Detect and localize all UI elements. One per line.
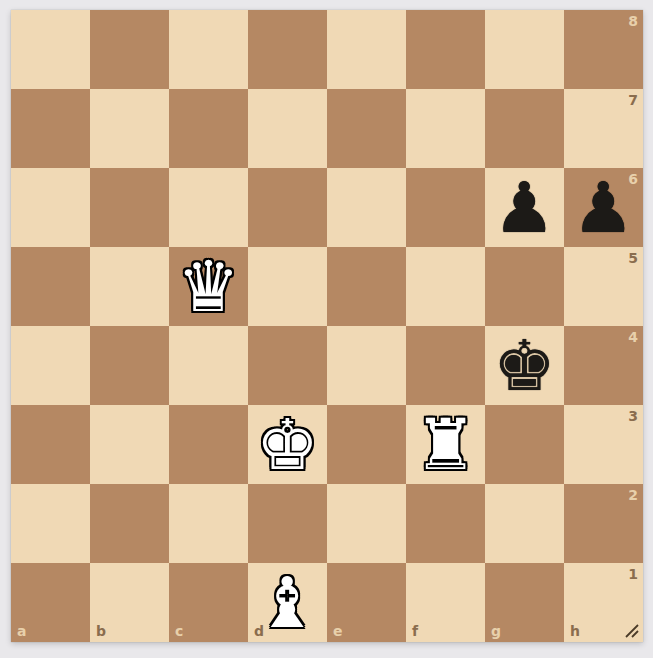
square-g1[interactable]: g [485, 563, 564, 642]
square-a4[interactable] [11, 326, 90, 405]
square-f6[interactable] [406, 168, 485, 247]
square-d6[interactable] [248, 168, 327, 247]
chess-board: 87♟♟6♛5♚4♚♜32abc♝defg1h [11, 10, 643, 642]
square-d1[interactable]: ♝d [248, 563, 327, 642]
square-g4[interactable]: ♚ [485, 326, 564, 405]
square-a1[interactable]: a [11, 563, 90, 642]
square-b3[interactable] [90, 405, 169, 484]
square-b7[interactable] [90, 89, 169, 168]
square-b6[interactable] [90, 168, 169, 247]
square-h1[interactable]: 1h [564, 563, 643, 642]
square-a2[interactable] [11, 484, 90, 563]
square-a6[interactable] [11, 168, 90, 247]
piece-white-Q-c5[interactable]: ♛ [169, 247, 248, 326]
piece-white-B-d1[interactable]: ♝ [248, 563, 327, 642]
square-f2[interactable] [406, 484, 485, 563]
board-resize-handle[interactable] [622, 621, 640, 639]
square-g7[interactable] [485, 89, 564, 168]
file-label-e: e [333, 624, 343, 638]
rank-label-8: 8 [628, 14, 638, 28]
piece-black-K-g4[interactable]: ♚ [485, 326, 564, 405]
square-h4[interactable]: 4 [564, 326, 643, 405]
square-h7[interactable]: 7 [564, 89, 643, 168]
square-b1[interactable]: b [90, 563, 169, 642]
square-g8[interactable] [485, 10, 564, 89]
square-h5[interactable]: 5 [564, 247, 643, 326]
file-label-f: f [412, 624, 418, 638]
piece-white-K-d3[interactable]: ♚ [248, 405, 327, 484]
square-d4[interactable] [248, 326, 327, 405]
file-label-a: a [17, 624, 26, 638]
square-h6[interactable]: ♟6 [564, 168, 643, 247]
square-e6[interactable] [327, 168, 406, 247]
square-e5[interactable] [327, 247, 406, 326]
square-d8[interactable] [248, 10, 327, 89]
square-a5[interactable] [11, 247, 90, 326]
square-c6[interactable] [169, 168, 248, 247]
rank-label-7: 7 [628, 93, 638, 107]
square-e8[interactable] [327, 10, 406, 89]
square-h8[interactable]: 8 [564, 10, 643, 89]
square-b2[interactable] [90, 484, 169, 563]
square-d7[interactable] [248, 89, 327, 168]
square-a8[interactable] [11, 10, 90, 89]
square-f3[interactable]: ♜ [406, 405, 485, 484]
square-f1[interactable]: f [406, 563, 485, 642]
piece-white-R-f3[interactable]: ♜ [406, 405, 485, 484]
square-b8[interactable] [90, 10, 169, 89]
rank-label-3: 3 [628, 409, 638, 423]
square-b5[interactable] [90, 247, 169, 326]
square-d2[interactable] [248, 484, 327, 563]
square-g3[interactable] [485, 405, 564, 484]
square-f8[interactable] [406, 10, 485, 89]
square-f5[interactable] [406, 247, 485, 326]
file-label-h: h [570, 624, 580, 638]
page-background: { "game": "chess", "position": { "fen": … [0, 0, 653, 658]
piece-black-P-g6[interactable]: ♟ [485, 168, 564, 247]
rank-label-5: 5 [628, 251, 638, 265]
square-c2[interactable] [169, 484, 248, 563]
square-c4[interactable] [169, 326, 248, 405]
rank-label-4: 4 [628, 330, 638, 344]
square-c1[interactable]: c [169, 563, 248, 642]
square-e7[interactable] [327, 89, 406, 168]
square-c8[interactable] [169, 10, 248, 89]
square-c5[interactable]: ♛ [169, 247, 248, 326]
piece-black-P-h6[interactable]: ♟ [564, 168, 643, 247]
square-f4[interactable] [406, 326, 485, 405]
square-f7[interactable] [406, 89, 485, 168]
square-h2[interactable]: 2 [564, 484, 643, 563]
square-c7[interactable] [169, 89, 248, 168]
square-e3[interactable] [327, 405, 406, 484]
square-a3[interactable] [11, 405, 90, 484]
rank-label-2: 2 [628, 488, 638, 502]
square-e2[interactable] [327, 484, 406, 563]
square-e1[interactable]: e [327, 563, 406, 642]
square-a7[interactable] [11, 89, 90, 168]
square-e4[interactable] [327, 326, 406, 405]
square-c3[interactable] [169, 405, 248, 484]
square-g6[interactable]: ♟ [485, 168, 564, 247]
square-g5[interactable] [485, 247, 564, 326]
file-label-c: c [175, 624, 183, 638]
rank-label-1: 1 [628, 567, 638, 581]
square-h3[interactable]: 3 [564, 405, 643, 484]
square-d5[interactable] [248, 247, 327, 326]
file-label-b: b [96, 624, 106, 638]
square-b4[interactable] [90, 326, 169, 405]
square-d3[interactable]: ♚ [248, 405, 327, 484]
file-label-g: g [491, 624, 501, 638]
square-g2[interactable] [485, 484, 564, 563]
